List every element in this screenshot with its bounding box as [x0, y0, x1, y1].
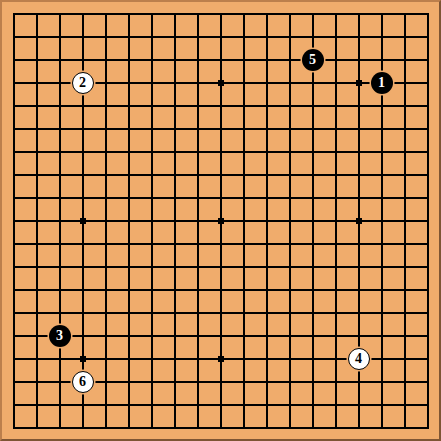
intersection-H9 — [163, 232, 186, 255]
star-point — [356, 218, 362, 224]
star-point — [80, 356, 86, 362]
intersection-G7 — [140, 278, 163, 301]
intersection-J8 — [186, 255, 209, 278]
intersection-Q16 — [347, 71, 370, 94]
intersection-M11 — [255, 186, 278, 209]
intersection-E12 — [94, 163, 117, 186]
intersection-C3 — [48, 370, 71, 393]
intersection-F1 — [117, 416, 140, 439]
intersection-T7 — [416, 278, 439, 301]
intersection-C14 — [48, 117, 71, 140]
intersection-J18 — [186, 25, 209, 48]
intersection-R18 — [370, 25, 393, 48]
intersection-G10 — [140, 209, 163, 232]
intersection-T2 — [416, 393, 439, 416]
intersection-C4 — [48, 347, 71, 370]
intersection-N19 — [278, 2, 301, 25]
intersection-Q1 — [347, 416, 370, 439]
intersection-G2 — [140, 393, 163, 416]
intersection-Q3 — [347, 370, 370, 393]
intersection-Q15 — [347, 94, 370, 117]
intersection-O17: 5 — [301, 48, 324, 71]
black-stone-move-5: 5 — [302, 49, 324, 71]
intersection-K19 — [209, 2, 232, 25]
intersection-K13 — [209, 140, 232, 163]
intersection-A4 — [2, 347, 25, 370]
intersection-K1 — [209, 416, 232, 439]
intersection-R5 — [370, 324, 393, 347]
intersection-R9 — [370, 232, 393, 255]
intersection-E5 — [94, 324, 117, 347]
intersection-K12 — [209, 163, 232, 186]
intersection-F5 — [117, 324, 140, 347]
intersection-P14 — [324, 117, 347, 140]
intersection-B19 — [25, 2, 48, 25]
intersection-A9 — [2, 232, 25, 255]
intersection-S16 — [393, 71, 416, 94]
star-point — [80, 218, 86, 224]
intersection-P4 — [324, 347, 347, 370]
intersection-F9 — [117, 232, 140, 255]
intersection-J12 — [186, 163, 209, 186]
intersection-F14 — [117, 117, 140, 140]
intersection-Q8 — [347, 255, 370, 278]
intersection-A16 — [2, 71, 25, 94]
intersection-A11 — [2, 186, 25, 209]
star-point — [218, 356, 224, 362]
intersection-R11 — [370, 186, 393, 209]
intersection-T18 — [416, 25, 439, 48]
intersection-J15 — [186, 94, 209, 117]
intersection-K5 — [209, 324, 232, 347]
intersection-D9 — [71, 232, 94, 255]
intersection-G15 — [140, 94, 163, 117]
intersection-N7 — [278, 278, 301, 301]
intersection-K9 — [209, 232, 232, 255]
intersection-T13 — [416, 140, 439, 163]
intersection-S7 — [393, 278, 416, 301]
intersection-G18 — [140, 25, 163, 48]
intersection-O18 — [301, 25, 324, 48]
intersection-B4 — [25, 347, 48, 370]
intersection-S8 — [393, 255, 416, 278]
intersection-H14 — [163, 117, 186, 140]
intersection-F10 — [117, 209, 140, 232]
intersection-B1 — [25, 416, 48, 439]
intersection-G19 — [140, 2, 163, 25]
intersection-N3 — [278, 370, 301, 393]
intersection-J7 — [186, 278, 209, 301]
intersection-A6 — [2, 301, 25, 324]
intersection-C16 — [48, 71, 71, 94]
intersection-C2 — [48, 393, 71, 416]
intersection-E7 — [94, 278, 117, 301]
intersection-Q2 — [347, 393, 370, 416]
intersection-A15 — [2, 94, 25, 117]
intersection-J16 — [186, 71, 209, 94]
intersection-S9 — [393, 232, 416, 255]
intersection-M12 — [255, 163, 278, 186]
intersection-T10 — [416, 209, 439, 232]
intersection-J2 — [186, 393, 209, 416]
intersection-G4 — [140, 347, 163, 370]
intersection-N11 — [278, 186, 301, 209]
intersection-T6 — [416, 301, 439, 324]
intersection-E13 — [94, 140, 117, 163]
intersection-L14 — [232, 117, 255, 140]
intersection-O12 — [301, 163, 324, 186]
intersection-M18 — [255, 25, 278, 48]
intersection-T16 — [416, 71, 439, 94]
intersection-J1 — [186, 416, 209, 439]
intersection-B2 — [25, 393, 48, 416]
intersection-F8 — [117, 255, 140, 278]
intersection-B3 — [25, 370, 48, 393]
intersection-Q18 — [347, 25, 370, 48]
intersection-R13 — [370, 140, 393, 163]
intersection-C19 — [48, 2, 71, 25]
intersection-S10 — [393, 209, 416, 232]
intersection-R3 — [370, 370, 393, 393]
intersection-A18 — [2, 25, 25, 48]
intersection-E10 — [94, 209, 117, 232]
intersection-Q14 — [347, 117, 370, 140]
intersection-S1 — [393, 416, 416, 439]
intersection-B14 — [25, 117, 48, 140]
intersection-K11 — [209, 186, 232, 209]
intersection-C11 — [48, 186, 71, 209]
intersection-P12 — [324, 163, 347, 186]
intersection-F17 — [117, 48, 140, 71]
intersection-S14 — [393, 117, 416, 140]
intersection-L12 — [232, 163, 255, 186]
intersection-P3 — [324, 370, 347, 393]
intersection-D15 — [71, 94, 94, 117]
intersection-H18 — [163, 25, 186, 48]
intersection-P13 — [324, 140, 347, 163]
intersection-H10 — [163, 209, 186, 232]
intersection-G14 — [140, 117, 163, 140]
intersection-A14 — [2, 117, 25, 140]
intersection-M16 — [255, 71, 278, 94]
intersection-M1 — [255, 416, 278, 439]
intersection-O11 — [301, 186, 324, 209]
intersection-A3 — [2, 370, 25, 393]
intersection-T3 — [416, 370, 439, 393]
intersection-K6 — [209, 301, 232, 324]
intersection-E17 — [94, 48, 117, 71]
intersection-H17 — [163, 48, 186, 71]
intersection-O15 — [301, 94, 324, 117]
intersection-T4 — [416, 347, 439, 370]
intersection-D18 — [71, 25, 94, 48]
intersection-Q5 — [347, 324, 370, 347]
intersection-J19 — [186, 2, 209, 25]
intersection-B11 — [25, 186, 48, 209]
intersection-F13 — [117, 140, 140, 163]
intersection-G6 — [140, 301, 163, 324]
intersection-B16 — [25, 71, 48, 94]
intersection-M10 — [255, 209, 278, 232]
intersection-E19 — [94, 2, 117, 25]
intersection-N10 — [278, 209, 301, 232]
intersection-B13 — [25, 140, 48, 163]
intersection-T1 — [416, 416, 439, 439]
intersection-L11 — [232, 186, 255, 209]
intersection-A2 — [2, 393, 25, 416]
intersection-M14 — [255, 117, 278, 140]
intersection-N2 — [278, 393, 301, 416]
intersection-F16 — [117, 71, 140, 94]
intersection-Q17 — [347, 48, 370, 71]
intersection-D3: 6 — [71, 370, 94, 393]
intersection-C6 — [48, 301, 71, 324]
intersection-L3 — [232, 370, 255, 393]
intersection-M7 — [255, 278, 278, 301]
intersection-A7 — [2, 278, 25, 301]
intersection-L10 — [232, 209, 255, 232]
intersection-N14 — [278, 117, 301, 140]
intersection-D16: 2 — [71, 71, 94, 94]
intersection-O10 — [301, 209, 324, 232]
intersection-O13 — [301, 140, 324, 163]
intersection-B5 — [25, 324, 48, 347]
intersection-F2 — [117, 393, 140, 416]
intersection-P16 — [324, 71, 347, 94]
intersection-O2 — [301, 393, 324, 416]
intersection-K17 — [209, 48, 232, 71]
intersection-F4 — [117, 347, 140, 370]
intersection-S12 — [393, 163, 416, 186]
intersection-T11 — [416, 186, 439, 209]
intersection-R4 — [370, 347, 393, 370]
intersection-M19 — [255, 2, 278, 25]
white-stone-move-4: 4 — [348, 348, 370, 370]
intersection-A12 — [2, 163, 25, 186]
intersection-C15 — [48, 94, 71, 117]
intersection-L1 — [232, 416, 255, 439]
intersection-C17 — [48, 48, 71, 71]
intersection-M15 — [255, 94, 278, 117]
intersection-K7 — [209, 278, 232, 301]
intersection-R16: 1 — [370, 71, 393, 94]
intersection-D13 — [71, 140, 94, 163]
star-point — [218, 218, 224, 224]
intersection-O4 — [301, 347, 324, 370]
intersection-L4 — [232, 347, 255, 370]
intersection-H1 — [163, 416, 186, 439]
intersection-O9 — [301, 232, 324, 255]
intersection-G11 — [140, 186, 163, 209]
star-point — [356, 80, 362, 86]
intersection-S3 — [393, 370, 416, 393]
intersection-N5 — [278, 324, 301, 347]
intersection-S19 — [393, 2, 416, 25]
intersection-J14 — [186, 117, 209, 140]
intersection-L18 — [232, 25, 255, 48]
intersection-G1 — [140, 416, 163, 439]
intersection-J3 — [186, 370, 209, 393]
intersection-R7 — [370, 278, 393, 301]
intersection-P18 — [324, 25, 347, 48]
intersection-D2 — [71, 393, 94, 416]
intersection-L15 — [232, 94, 255, 117]
intersection-K8 — [209, 255, 232, 278]
intersection-F19 — [117, 2, 140, 25]
intersection-L6 — [232, 301, 255, 324]
intersection-H5 — [163, 324, 186, 347]
intersection-D11 — [71, 186, 94, 209]
intersection-F12 — [117, 163, 140, 186]
star-point — [218, 80, 224, 86]
intersection-M13 — [255, 140, 278, 163]
intersection-P9 — [324, 232, 347, 255]
intersection-Q13 — [347, 140, 370, 163]
intersection-B12 — [25, 163, 48, 186]
intersection-D4 — [71, 347, 94, 370]
intersection-T5 — [416, 324, 439, 347]
intersection-C8 — [48, 255, 71, 278]
intersection-G5 — [140, 324, 163, 347]
intersection-J11 — [186, 186, 209, 209]
intersection-F18 — [117, 25, 140, 48]
intersection-C18 — [48, 25, 71, 48]
intersection-D12 — [71, 163, 94, 186]
intersection-M9 — [255, 232, 278, 255]
intersection-H13 — [163, 140, 186, 163]
intersection-O8 — [301, 255, 324, 278]
intersection-R1 — [370, 416, 393, 439]
intersection-A13 — [2, 140, 25, 163]
intersection-P19 — [324, 2, 347, 25]
intersection-E18 — [94, 25, 117, 48]
intersection-B9 — [25, 232, 48, 255]
intersection-Q11 — [347, 186, 370, 209]
intersection-N18 — [278, 25, 301, 48]
intersection-L19 — [232, 2, 255, 25]
intersection-H11 — [163, 186, 186, 209]
intersection-O3 — [301, 370, 324, 393]
intersection-C10 — [48, 209, 71, 232]
intersection-O16 — [301, 71, 324, 94]
intersection-D17 — [71, 48, 94, 71]
intersection-P17 — [324, 48, 347, 71]
white-stone-move-6: 6 — [72, 371, 94, 393]
intersection-E16 — [94, 71, 117, 94]
intersection-M2 — [255, 393, 278, 416]
intersection-D19 — [71, 2, 94, 25]
intersection-R2 — [370, 393, 393, 416]
intersection-E2 — [94, 393, 117, 416]
intersection-C5: 3 — [48, 324, 71, 347]
intersection-E8 — [94, 255, 117, 278]
intersection-J13 — [186, 140, 209, 163]
intersection-K18 — [209, 25, 232, 48]
intersection-J6 — [186, 301, 209, 324]
intersection-J10 — [186, 209, 209, 232]
intersection-E6 — [94, 301, 117, 324]
intersection-P10 — [324, 209, 347, 232]
intersection-C1 — [48, 416, 71, 439]
intersection-G16 — [140, 71, 163, 94]
intersection-H3 — [163, 370, 186, 393]
intersection-D6 — [71, 301, 94, 324]
intersection-O5 — [301, 324, 324, 347]
intersection-O14 — [301, 117, 324, 140]
intersection-Q12 — [347, 163, 370, 186]
intersection-L7 — [232, 278, 255, 301]
intersection-S17 — [393, 48, 416, 71]
intersection-T14 — [416, 117, 439, 140]
intersection-C9 — [48, 232, 71, 255]
go-board: 521346 — [0, 0, 441, 441]
intersection-T9 — [416, 232, 439, 255]
intersection-D14 — [71, 117, 94, 140]
intersection-T15 — [416, 94, 439, 117]
intersection-R19 — [370, 2, 393, 25]
intersection-R10 — [370, 209, 393, 232]
intersection-O6 — [301, 301, 324, 324]
intersection-N8 — [278, 255, 301, 278]
intersection-K15 — [209, 94, 232, 117]
intersection-E11 — [94, 186, 117, 209]
intersection-K16 — [209, 71, 232, 94]
intersection-O1 — [301, 416, 324, 439]
intersection-A19 — [2, 2, 25, 25]
intersection-M17 — [255, 48, 278, 71]
intersection-R14 — [370, 117, 393, 140]
intersection-A8 — [2, 255, 25, 278]
intersection-D7 — [71, 278, 94, 301]
intersection-B15 — [25, 94, 48, 117]
intersection-B18 — [25, 25, 48, 48]
intersection-N1 — [278, 416, 301, 439]
intersection-H4 — [163, 347, 186, 370]
intersection-D8 — [71, 255, 94, 278]
intersection-N13 — [278, 140, 301, 163]
intersection-S4 — [393, 347, 416, 370]
intersection-L8 — [232, 255, 255, 278]
intersection-L16 — [232, 71, 255, 94]
intersection-B10 — [25, 209, 48, 232]
intersection-Q4: 4 — [347, 347, 370, 370]
intersection-S18 — [393, 25, 416, 48]
intersection-E3 — [94, 370, 117, 393]
intersection-K4 — [209, 347, 232, 370]
intersection-G13 — [140, 140, 163, 163]
intersection-J5 — [186, 324, 209, 347]
intersection-N17 — [278, 48, 301, 71]
intersection-T19 — [416, 2, 439, 25]
intersection-K2 — [209, 393, 232, 416]
intersection-Q10 — [347, 209, 370, 232]
intersection-Q9 — [347, 232, 370, 255]
intersection-G17 — [140, 48, 163, 71]
black-stone-move-3: 3 — [49, 325, 71, 347]
intersection-G3 — [140, 370, 163, 393]
intersection-P2 — [324, 393, 347, 416]
intersection-P6 — [324, 301, 347, 324]
intersection-H15 — [163, 94, 186, 117]
intersection-P7 — [324, 278, 347, 301]
intersection-J9 — [186, 232, 209, 255]
intersection-P15 — [324, 94, 347, 117]
intersection-N15 — [278, 94, 301, 117]
intersection-C7 — [48, 278, 71, 301]
intersection-R17 — [370, 48, 393, 71]
intersection-C13 — [48, 140, 71, 163]
intersection-L17 — [232, 48, 255, 71]
